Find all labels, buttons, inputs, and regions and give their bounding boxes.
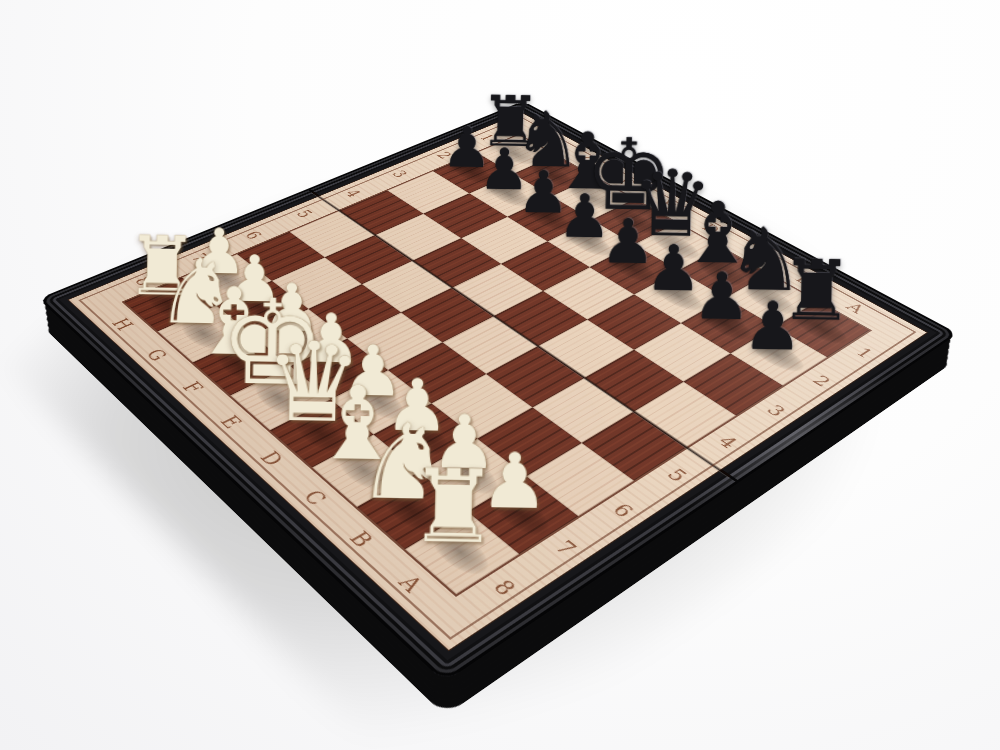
pawn-glyph: ♟ xyxy=(689,292,856,361)
chess-set-photo: HGFEDCBA HGFEDCBA 12345678 12345678 ♜♞♝♚… xyxy=(0,0,1000,750)
rook-glyph: ♜ xyxy=(354,455,553,560)
